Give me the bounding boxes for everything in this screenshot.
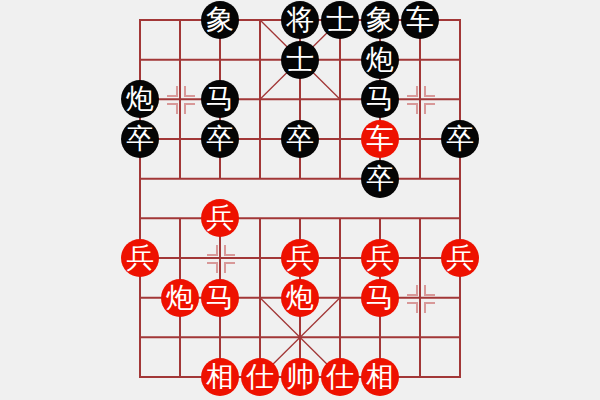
piece-red-horse[interactable]: 马: [201, 279, 239, 317]
piece-black-general[interactable]: 将: [281, 1, 319, 39]
piece-black-chariot[interactable]: 车: [401, 1, 439, 39]
star-corner-tl: [207, 245, 218, 256]
piece-black-cannon[interactable]: 炮: [121, 80, 159, 118]
star-corner-tl: [407, 285, 418, 296]
piece-red-cannon[interactable]: 炮: [161, 279, 199, 317]
piece-red-soldier[interactable]: 兵: [121, 239, 159, 277]
star-corner-tr: [424, 86, 435, 97]
piece-black-advisor[interactable]: 士: [281, 41, 319, 79]
star-corner-br: [424, 103, 435, 114]
piece-black-horse[interactable]: 马: [361, 80, 399, 118]
star-corner-bl: [407, 103, 418, 114]
piece-red-soldier[interactable]: 兵: [361, 239, 399, 277]
piece-red-advisor[interactable]: 仕: [321, 358, 359, 396]
star-corner-tr: [424, 285, 435, 296]
star-point-marker: [207, 245, 233, 271]
piece-red-soldier[interactable]: 兵: [201, 199, 239, 237]
piece-black-soldier[interactable]: 卒: [121, 120, 159, 158]
piece-black-soldier[interactable]: 卒: [281, 120, 319, 158]
piece-black-cannon[interactable]: 炮: [361, 41, 399, 79]
star-corner-tl: [407, 86, 418, 97]
star-corner-tl: [167, 86, 178, 97]
piece-red-elephant[interactable]: 相: [361, 358, 399, 396]
piece-red-soldier[interactable]: 兵: [441, 239, 479, 277]
piece-black-elephant[interactable]: 象: [201, 1, 239, 39]
piece-red-advisor[interactable]: 仕: [241, 358, 279, 396]
star-point-marker: [407, 285, 433, 311]
piece-black-soldier[interactable]: 卒: [441, 120, 479, 158]
star-corner-bl: [167, 103, 178, 114]
piece-red-elephant[interactable]: 相: [201, 358, 239, 396]
piece-black-soldier[interactable]: 卒: [361, 160, 399, 198]
star-point-marker: [167, 86, 193, 112]
star-corner-br: [184, 103, 195, 114]
piece-black-elephant[interactable]: 象: [361, 1, 399, 39]
piece-red-horse[interactable]: 马: [361, 279, 399, 317]
piece-red-general[interactable]: 帅: [281, 358, 319, 396]
piece-black-soldier[interactable]: 卒: [201, 120, 239, 158]
star-corner-bl: [207, 262, 218, 273]
piece-black-advisor[interactable]: 士: [321, 1, 359, 39]
star-corner-br: [224, 262, 235, 273]
star-corner-br: [424, 302, 435, 313]
piece-red-cannon[interactable]: 炮: [281, 279, 319, 317]
star-point-marker: [407, 86, 433, 112]
piece-red-soldier[interactable]: 兵: [281, 239, 319, 277]
piece-black-horse[interactable]: 马: [201, 80, 239, 118]
star-corner-tr: [184, 86, 195, 97]
star-corner-tr: [224, 245, 235, 256]
piece-red-chariot[interactable]: 车: [361, 120, 399, 158]
star-corner-bl: [407, 302, 418, 313]
xiangqi-board: 象将士象车士炮炮马马卒卒卒车卒卒兵兵兵兵兵炮马炮马相仕帅仕相: [0, 0, 600, 400]
